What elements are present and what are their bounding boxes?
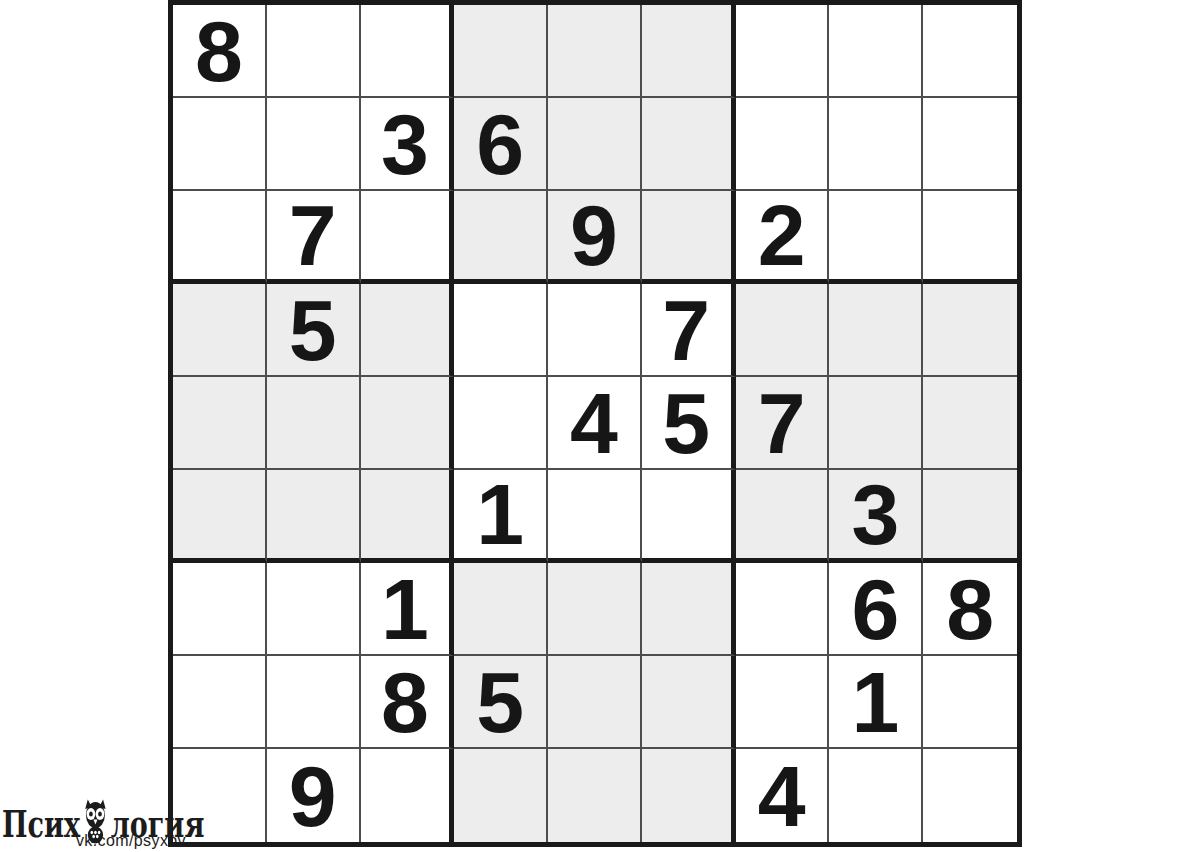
cell-r7c4 (454, 563, 548, 656)
cell-r2c5 (548, 98, 642, 191)
cell-r2c8 (829, 98, 923, 191)
cell-r9c9 (923, 749, 1017, 842)
watermark: Псих (2, 799, 202, 842)
cell-r2c9 (923, 98, 1017, 191)
cell-r4c6: 7 (642, 284, 736, 377)
cell-r6c8: 3 (829, 470, 923, 563)
cell-r2c7 (736, 98, 830, 191)
cell-r1c6 (642, 5, 736, 98)
cell-r3c8 (829, 191, 923, 284)
cell-r6c2 (267, 470, 361, 563)
cell-r3c9 (923, 191, 1017, 284)
cell-r5c3 (361, 377, 455, 470)
cell-r2c3: 3 (361, 98, 455, 191)
page-background: 836792574571316885194 Псих (0, 0, 1200, 852)
given-digit: 1 (476, 471, 524, 557)
cell-r4c1 (173, 284, 267, 377)
cell-r8c9 (923, 656, 1017, 749)
cell-r9c5 (548, 749, 642, 842)
cell-r8c7 (736, 656, 830, 749)
cell-r3c3 (361, 191, 455, 284)
cell-r4c5 (548, 284, 642, 377)
cell-r9c7: 4 (736, 749, 830, 842)
given-digit: 6 (476, 101, 524, 187)
given-digit: 5 (662, 380, 710, 466)
given-digit: 5 (476, 659, 524, 745)
cell-r6c9 (923, 470, 1017, 563)
cell-r2c6 (642, 98, 736, 191)
watermark-url: vk.com/psyxov (2, 833, 186, 849)
cell-r8c5 (548, 656, 642, 749)
given-digit: 8 (381, 659, 429, 745)
given-digit: 7 (662, 287, 710, 373)
cell-r1c9 (923, 5, 1017, 98)
cell-r3c2: 7 (267, 191, 361, 284)
cell-r8c2 (267, 656, 361, 749)
cell-r2c4: 6 (454, 98, 548, 191)
cell-r1c8 (829, 5, 923, 98)
cell-r7c1 (173, 563, 267, 656)
cell-r6c1 (173, 470, 267, 563)
given-digit: 6 (851, 566, 899, 652)
cell-r5c6: 5 (642, 377, 736, 470)
cell-r5c4 (454, 377, 548, 470)
cell-r7c2 (267, 563, 361, 656)
given-digit: 9 (289, 753, 337, 839)
cell-r3c5: 9 (548, 191, 642, 284)
cell-r9c2: 9 (267, 749, 361, 842)
cell-r1c1: 8 (173, 5, 267, 98)
cell-r7c3: 1 (361, 563, 455, 656)
given-digit: 3 (851, 471, 899, 557)
cell-r7c5 (548, 563, 642, 656)
sudoku-board: 836792574571316885194 (168, 0, 1022, 847)
cell-r9c3 (361, 749, 455, 842)
cell-r7c6 (642, 563, 736, 656)
cell-r5c5: 4 (548, 377, 642, 470)
given-digit: 5 (289, 287, 337, 373)
given-digit: 1 (851, 659, 899, 745)
cell-r7c7 (736, 563, 830, 656)
cell-r4c2: 5 (267, 284, 361, 377)
cell-r8c3: 8 (361, 656, 455, 749)
cell-r8c1 (173, 656, 267, 749)
cell-r7c8: 6 (829, 563, 923, 656)
cell-r9c8 (829, 749, 923, 842)
cell-r5c9 (923, 377, 1017, 470)
cell-r6c5 (548, 470, 642, 563)
cell-r3c6 (642, 191, 736, 284)
cell-r5c8 (829, 377, 923, 470)
cell-r5c2 (267, 377, 361, 470)
cell-r1c2 (267, 5, 361, 98)
cell-r6c7 (736, 470, 830, 563)
cell-r9c6 (642, 749, 736, 842)
cell-r4c8 (829, 284, 923, 377)
given-digit: 2 (758, 192, 806, 278)
given-digit: 8 (195, 8, 243, 94)
given-digit: 7 (289, 192, 337, 278)
cell-r4c9 (923, 284, 1017, 377)
cell-r9c4 (454, 749, 548, 842)
cell-r6c4: 1 (454, 470, 548, 563)
given-digit: 9 (570, 192, 618, 278)
cell-r4c3 (361, 284, 455, 377)
cell-r2c2 (267, 98, 361, 191)
cell-r8c6 (642, 656, 736, 749)
cell-r6c6 (642, 470, 736, 563)
cell-r5c1 (173, 377, 267, 470)
cell-r1c3 (361, 5, 455, 98)
cell-r7c9: 8 (923, 563, 1017, 656)
cell-r3c1 (173, 191, 267, 284)
cell-r8c8: 1 (829, 656, 923, 749)
cell-r1c4 (454, 5, 548, 98)
cell-r8c4: 5 (454, 656, 548, 749)
cell-r4c4 (454, 284, 548, 377)
cell-r5c7: 7 (736, 377, 830, 470)
given-digit: 1 (381, 566, 429, 652)
cell-r1c7 (736, 5, 830, 98)
given-digit: 4 (570, 380, 618, 466)
cell-r6c3 (361, 470, 455, 563)
cell-r4c7 (736, 284, 830, 377)
cell-r1c5 (548, 5, 642, 98)
given-digit: 8 (946, 566, 994, 652)
given-digit: 7 (758, 380, 806, 466)
given-digit: 4 (758, 753, 806, 839)
cell-r2c1 (173, 98, 267, 191)
cell-r3c4 (454, 191, 548, 284)
given-digit: 3 (381, 101, 429, 187)
cell-r3c7: 2 (736, 191, 830, 284)
